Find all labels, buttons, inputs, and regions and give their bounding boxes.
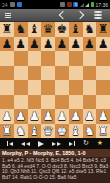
database-icon[interactable]	[94, 11, 102, 19]
white-queen: ♛	[43, 124, 54, 139]
square-h7[interactable]: ♟	[96, 37, 110, 52]
square-e2[interactable]: ♟	[55, 109, 69, 124]
menu-icon[interactable]	[5, 13, 11, 18]
square-e7[interactable]: ♟	[55, 37, 69, 52]
notification-count-text: 24	[2, 2, 8, 8]
app-toolbar	[0, 9, 110, 22]
next-game-icon[interactable]	[76, 11, 84, 19]
app-notification-icon	[17, 2, 22, 7]
square-d5[interactable]	[41, 66, 55, 81]
square-e5[interactable]	[55, 66, 69, 81]
black-bishop: ♝	[29, 22, 40, 37]
square-b4[interactable]	[14, 80, 28, 95]
white-knight: ♞	[15, 124, 26, 139]
toolbar-actions	[60, 11, 105, 19]
black-pawn: ♟	[84, 37, 95, 52]
square-g7[interactable]: ♟	[83, 37, 97, 52]
white-bishop: ♝	[29, 124, 40, 139]
white-pawn: ♟	[43, 109, 54, 124]
square-g1[interactable]: ♞	[83, 124, 97, 139]
square-b3[interactable]	[14, 95, 28, 110]
white-pawn: ♟	[84, 109, 95, 124]
badge-count-icon: 1	[73, 2, 78, 7]
square-f3[interactable]	[69, 95, 83, 110]
square-f4[interactable]	[69, 80, 83, 95]
white-pawn: ♟	[1, 109, 12, 124]
play-icon[interactable]	[38, 141, 44, 147]
square-h6[interactable]	[96, 51, 110, 66]
square-h8[interactable]: ♜	[96, 22, 110, 37]
black-rook: ♜	[98, 22, 109, 37]
white-pawn: ♟	[98, 109, 109, 124]
skip-to-end-icon[interactable]	[69, 141, 76, 146]
square-d8[interactable]: ♛	[41, 22, 55, 37]
square-a2[interactable]: ♟	[0, 109, 14, 124]
square-d6[interactable]	[41, 51, 55, 66]
square-b1[interactable]: ♞	[14, 124, 28, 139]
square-e3[interactable]	[55, 95, 69, 110]
square-c8[interactable]: ♝	[28, 22, 42, 37]
flip-board-icon[interactable]: ↻	[83, 140, 89, 147]
white-pawn: ♟	[70, 109, 81, 124]
square-f8[interactable]: ♝	[69, 22, 83, 37]
square-a8[interactable]: ♜	[0, 22, 14, 37]
square-b8[interactable]: ♞	[14, 22, 28, 37]
status-bar-right: 1 17:36	[60, 2, 108, 8]
square-g2[interactable]: ♟	[83, 109, 97, 124]
black-pawn: ♟	[43, 37, 54, 52]
square-e6[interactable]	[55, 51, 69, 66]
black-pawn: ♟	[15, 37, 26, 52]
square-h5[interactable]	[96, 66, 110, 81]
favorite-star-icon[interactable]: ★	[97, 140, 103, 147]
square-d4[interactable]	[41, 80, 55, 95]
white-rook: ♜	[1, 124, 12, 139]
square-h1[interactable]: ♜	[96, 124, 110, 139]
mute-status-icon	[67, 2, 72, 7]
black-pawn: ♟	[70, 37, 81, 52]
square-e8[interactable]: ♚	[55, 22, 69, 37]
game-header[interactable]: Morphy, P - Morphy, E, 1850, 1-0	[0, 149, 110, 157]
move-list[interactable]: 1. e4 e5 2. Nf3 Nc6 3. Bc4 Bc5 4. b4 Bxb…	[0, 157, 110, 183]
system-status-icon	[60, 2, 65, 7]
black-king: ♚	[56, 22, 67, 37]
square-h2[interactable]: ♟	[96, 109, 110, 124]
chess-board[interactable]: ♜♞♝♛♚♝♞♜♟♟♟♟♟♟♟♟♟♟♟♟♟♟♟♟♜♞♝♛♚♝♞♜	[0, 22, 110, 138]
black-knight: ♞	[15, 22, 26, 37]
square-b6[interactable]	[14, 51, 28, 66]
black-pawn: ♟	[98, 37, 109, 52]
square-d3[interactable]	[41, 95, 55, 110]
square-a6[interactable]	[0, 51, 14, 66]
white-rook: ♜	[98, 124, 109, 139]
square-a5[interactable]	[0, 66, 14, 81]
square-g4[interactable]	[83, 80, 97, 95]
square-h3[interactable]	[96, 95, 110, 110]
chess-app-screen: 24 1 17:36 ♜♞♝♛♚♝♞♜♟♟♟♟♟♟♟♟♟♟♟♟♟♟♟♟♜♞♝♛♚…	[0, 0, 110, 183]
white-knight: ♞	[84, 124, 95, 139]
cell-signal-icon	[85, 3, 89, 7]
playback-controls: ↻ ★	[0, 138, 110, 149]
status-bar: 24 1 17:36	[0, 0, 110, 9]
square-a7[interactable]: ♟	[0, 37, 14, 52]
square-c5[interactable]	[28, 66, 42, 81]
square-f7[interactable]: ♟	[69, 37, 83, 52]
square-d7[interactable]: ♟	[41, 37, 55, 52]
square-c1[interactable]: ♝	[28, 124, 42, 139]
square-c4[interactable]	[28, 80, 42, 95]
clock-text: 17:36	[95, 2, 108, 8]
square-a4[interactable]	[0, 80, 14, 95]
square-c2[interactable]: ♟	[28, 109, 42, 124]
black-pawn: ♟	[56, 37, 67, 52]
square-g5[interactable]	[83, 66, 97, 81]
square-g3[interactable]	[83, 95, 97, 110]
black-pawn: ♟	[1, 37, 12, 52]
square-g8[interactable]: ♞	[83, 22, 97, 37]
white-pawn: ♟	[15, 109, 26, 124]
square-b5[interactable]	[14, 66, 28, 81]
square-g6[interactable]	[83, 51, 97, 66]
square-e1[interactable]: ♚	[55, 124, 69, 139]
wifi-signal-icon	[80, 3, 84, 7]
square-e4[interactable]	[55, 80, 69, 95]
square-f1[interactable]: ♝	[69, 124, 83, 139]
rewind-icon[interactable]	[21, 142, 30, 146]
black-pawn: ♟	[29, 37, 40, 52]
square-f6[interactable]	[69, 51, 83, 66]
skip-to-start-icon[interactable]	[7, 141, 14, 146]
square-d2[interactable]: ♟	[41, 109, 55, 124]
fast-forward-icon[interactable]	[52, 142, 61, 146]
black-bishop: ♝	[70, 22, 81, 37]
move-line[interactable]: 1. e4 e5 2. Nf3 Nc6 3. Bc4 Bc5 4. b4 Bxb…	[2, 158, 108, 164]
square-b2[interactable]: ♟	[14, 109, 28, 124]
square-h4[interactable]	[96, 80, 110, 95]
square-d1[interactable]: ♛	[41, 124, 55, 139]
square-c6[interactable]	[28, 51, 42, 66]
move-line[interactable]: 10. Qb3 Nh6 11. Qxc3 Qf6 12. e5 dxe5 13.…	[2, 169, 108, 175]
square-a3[interactable]	[0, 95, 14, 110]
previous-game-icon[interactable]	[59, 11, 67, 19]
square-a1[interactable]: ♜	[0, 124, 14, 139]
square-b7[interactable]: ♟	[14, 37, 28, 52]
move-line[interactable]: Bd7 14. Rab1 O-O-O 15. Ba6 Na5	[2, 175, 108, 181]
white-king: ♚	[56, 124, 67, 139]
black-queen: ♛	[43, 22, 54, 37]
usb-notification-icon	[10, 2, 15, 7]
square-f2[interactable]: ♟	[69, 109, 83, 124]
white-pawn: ♟	[56, 109, 67, 124]
white-pawn: ♟	[29, 109, 40, 124]
black-knight: ♞	[84, 22, 95, 37]
square-c3[interactable]	[28, 95, 42, 110]
black-rook: ♜	[1, 22, 12, 37]
square-f5[interactable]	[69, 66, 83, 81]
white-bishop: ♝	[70, 124, 81, 139]
square-c7[interactable]: ♟	[28, 37, 42, 52]
battery-icon	[91, 2, 94, 7]
